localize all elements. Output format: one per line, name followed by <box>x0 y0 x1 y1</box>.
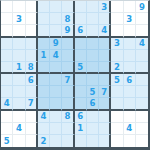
cell-r0c11[interactable]: 9 <box>136 1 148 13</box>
cell-r2c7[interactable] <box>87 25 99 37</box>
cell-r1c5[interactable]: 8 <box>62 13 74 25</box>
cell-r11c0[interactable]: 5 <box>1 135 13 147</box>
cell-r4c5[interactable] <box>62 50 74 62</box>
cell-r5c0[interactable] <box>1 62 13 74</box>
cell-r2c8[interactable]: 4 <box>99 25 111 37</box>
cell-r0c2[interactable] <box>26 1 38 13</box>
cell-r3c5[interactable] <box>62 38 74 50</box>
cell-r11c8[interactable] <box>99 135 111 147</box>
cell-r1c6[interactable] <box>75 13 87 25</box>
cell-r1c10[interactable]: 3 <box>124 13 136 25</box>
cell-r5c2[interactable]: 8 <box>26 62 38 74</box>
cell-r5c5[interactable] <box>62 62 74 74</box>
cell-r5c1[interactable]: 1 <box>13 62 25 74</box>
cell-r9c3[interactable]: 4 <box>38 111 50 123</box>
cell-r7c7[interactable]: 5 <box>87 86 99 98</box>
cell-r10c5[interactable] <box>62 123 74 135</box>
cell-r8c4[interactable] <box>50 98 62 110</box>
cell-r11c1[interactable] <box>13 135 25 147</box>
cell-r6c1[interactable] <box>13 74 25 86</box>
cell-r11c7[interactable] <box>87 135 99 147</box>
cell-r7c2[interactable] <box>26 86 38 98</box>
cell-r10c8[interactable] <box>99 123 111 135</box>
cell-r5c11[interactable] <box>136 62 148 74</box>
cell-r6c9[interactable]: 5 <box>111 74 123 86</box>
cell-r5c4[interactable] <box>50 62 62 74</box>
cell-r6c5[interactable]: 7 <box>62 74 74 86</box>
cell-r8c11[interactable] <box>136 98 148 110</box>
cell-r9c2[interactable] <box>26 111 38 123</box>
cell-r2c0[interactable] <box>1 25 13 37</box>
cell-r8c6[interactable] <box>75 98 87 110</box>
cell-r6c10[interactable]: 6 <box>124 74 136 86</box>
cell-r6c7[interactable] <box>87 74 99 86</box>
cell-r5c3[interactable] <box>38 62 50 74</box>
cell-r4c1[interactable] <box>13 50 25 62</box>
cell-r11c10[interactable] <box>124 135 136 147</box>
cell-r7c9[interactable] <box>111 86 123 98</box>
cell-r6c2[interactable]: 6 <box>26 74 38 86</box>
cell-r1c0[interactable] <box>1 13 13 25</box>
cell-r6c4[interactable] <box>50 74 62 86</box>
cell-r5c9[interactable]: 2 <box>111 62 123 74</box>
cell-r10c11[interactable] <box>136 123 148 135</box>
cell-r4c8[interactable] <box>99 50 111 62</box>
cell-r6c11[interactable] <box>136 74 148 86</box>
cell-r1c8[interactable] <box>99 13 111 25</box>
cell-r1c1[interactable]: 3 <box>13 13 25 25</box>
cell-r10c0[interactable] <box>1 123 13 135</box>
cell-r10c10[interactable]: 4 <box>124 123 136 135</box>
cell-r2c1[interactable] <box>13 25 25 37</box>
cell-r10c9[interactable] <box>111 123 123 135</box>
cell-r10c7[interactable] <box>87 123 99 135</box>
cell-r7c8[interactable]: 7 <box>99 86 111 98</box>
cell-r2c9[interactable] <box>111 25 123 37</box>
cell-r5c10[interactable] <box>124 62 136 74</box>
cell-r1c11[interactable] <box>136 13 148 25</box>
cell-r9c7[interactable] <box>87 111 99 123</box>
cell-r3c6[interactable] <box>75 38 87 50</box>
cell-r0c10[interactable] <box>124 1 136 13</box>
cell-r3c4[interactable]: 9 <box>50 38 62 50</box>
cell-r7c4[interactable] <box>50 86 62 98</box>
cell-r1c7[interactable] <box>87 13 99 25</box>
cell-r4c10[interactable] <box>124 50 136 62</box>
cell-r5c6[interactable]: 5 <box>75 62 87 74</box>
cell-r3c10[interactable] <box>124 38 136 50</box>
cell-r4c2[interactable] <box>26 50 38 62</box>
cell-r3c3[interactable] <box>38 38 50 50</box>
cell-r7c1[interactable] <box>13 86 25 98</box>
cell-r9c9[interactable] <box>111 111 123 123</box>
cell-r4c4[interactable]: 4 <box>50 50 62 62</box>
cell-r0c6[interactable] <box>75 1 87 13</box>
cell-r2c10[interactable] <box>124 25 136 37</box>
cell-r4c0[interactable] <box>1 50 13 62</box>
cell-r7c11[interactable] <box>136 86 148 98</box>
cell-r10c6[interactable]: 1 <box>75 123 87 135</box>
cell-r3c0[interactable] <box>1 38 13 50</box>
cell-r8c3[interactable] <box>38 98 50 110</box>
cell-r8c1[interactable] <box>13 98 25 110</box>
cell-r9c8[interactable] <box>99 111 111 123</box>
cell-r3c7[interactable] <box>87 38 99 50</box>
cell-r4c6[interactable] <box>75 50 87 62</box>
cell-r9c10[interactable] <box>124 111 136 123</box>
cell-r11c5[interactable] <box>62 135 74 147</box>
cell-r2c2[interactable] <box>26 25 38 37</box>
cell-r2c3[interactable] <box>38 25 50 37</box>
cell-r7c0[interactable] <box>1 86 13 98</box>
cell-r6c8[interactable] <box>99 74 111 86</box>
cell-r11c2[interactable] <box>26 135 38 147</box>
cell-r7c5[interactable] <box>62 86 74 98</box>
cell-r6c3[interactable] <box>38 74 50 86</box>
cell-r11c3[interactable]: 2 <box>38 135 50 147</box>
cell-r0c9[interactable] <box>111 1 123 13</box>
cell-r8c7[interactable]: 6 <box>87 98 99 110</box>
cell-r1c2[interactable] <box>26 13 38 25</box>
cell-r7c10[interactable] <box>124 86 136 98</box>
cell-r0c0[interactable] <box>1 1 13 13</box>
cell-r0c8[interactable]: 3 <box>99 1 111 13</box>
cell-r0c7[interactable] <box>87 1 99 13</box>
cell-r7c3[interactable] <box>38 86 50 98</box>
cell-r2c11[interactable] <box>136 25 148 37</box>
cell-r6c6[interactable] <box>75 74 87 86</box>
cell-r9c0[interactable] <box>1 111 13 123</box>
cell-r4c11[interactable] <box>136 50 148 62</box>
cell-r8c10[interactable] <box>124 98 136 110</box>
cell-r0c4[interactable] <box>50 1 62 13</box>
cell-r8c2[interactable]: 7 <box>26 98 38 110</box>
cell-r9c6[interactable]: 6 <box>75 111 87 123</box>
cell-r11c11[interactable] <box>136 135 148 147</box>
cell-r5c8[interactable] <box>99 62 111 74</box>
cell-r4c7[interactable] <box>87 50 99 62</box>
cell-r8c5[interactable] <box>62 98 74 110</box>
cell-r8c8[interactable] <box>99 98 111 110</box>
cell-r2c4[interactable] <box>50 25 62 37</box>
cell-r8c9[interactable] <box>111 98 123 110</box>
cell-r1c4[interactable] <box>50 13 62 25</box>
cell-r4c3[interactable]: 1 <box>38 50 50 62</box>
cell-r10c3[interactable] <box>38 123 50 135</box>
cell-r11c4[interactable] <box>50 135 62 147</box>
cell-r9c4[interactable] <box>50 111 62 123</box>
cell-r1c9[interactable] <box>111 13 123 25</box>
cell-r8c0[interactable]: 4 <box>1 98 13 110</box>
cell-r0c3[interactable] <box>38 1 50 13</box>
cell-r9c1[interactable] <box>13 111 25 123</box>
cell-r6c0[interactable] <box>1 74 13 86</box>
cell-r3c11[interactable]: 4 <box>136 38 148 50</box>
cell-r0c5[interactable] <box>62 1 74 13</box>
cell-r1c3[interactable] <box>38 13 50 25</box>
cell-r4c9[interactable] <box>111 50 123 62</box>
cell-r7c6[interactable] <box>75 86 87 98</box>
cell-r2c5[interactable]: 9 <box>62 25 74 37</box>
cell-r0c1[interactable] <box>13 1 25 13</box>
cell-r2c6[interactable]: 6 <box>75 25 87 37</box>
sudoku-board: 3938396493414185267565747648641452 <box>0 0 150 150</box>
cell-r10c4[interactable] <box>50 123 62 135</box>
cell-r11c9[interactable] <box>111 135 123 147</box>
cell-r9c11[interactable] <box>136 111 148 123</box>
cell-r3c9[interactable]: 3 <box>111 38 123 50</box>
cell-r3c8[interactable] <box>99 38 111 50</box>
cell-r10c1[interactable]: 4 <box>13 123 25 135</box>
cell-r5c7[interactable] <box>87 62 99 74</box>
cell-r3c1[interactable] <box>13 38 25 50</box>
cell-r3c2[interactable] <box>26 38 38 50</box>
cell-r11c6[interactable] <box>75 135 87 147</box>
cell-r10c2[interactable] <box>26 123 38 135</box>
cell-r9c5[interactable]: 8 <box>62 111 74 123</box>
